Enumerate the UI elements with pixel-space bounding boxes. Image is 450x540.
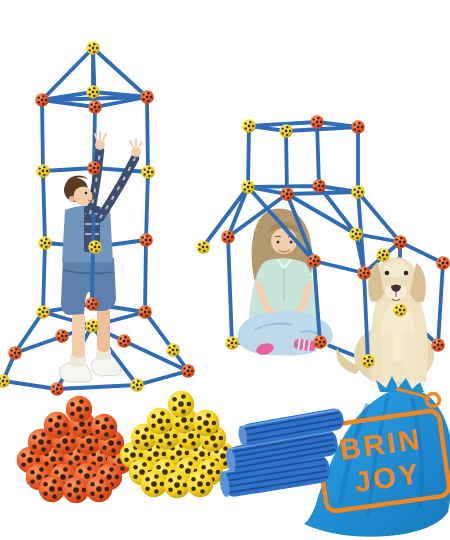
dog-figure <box>336 257 434 388</box>
yellow-balls-pile <box>120 391 236 498</box>
tower-front-rod <box>92 215 94 304</box>
castle-fort <box>196 115 450 388</box>
tower-fort <box>0 41 195 396</box>
orange-balls-pile <box>17 396 133 503</box>
fort-kit-scene: BRIN JOY <box>0 0 450 540</box>
product-image: BRIN JOY <box>0 0 450 540</box>
